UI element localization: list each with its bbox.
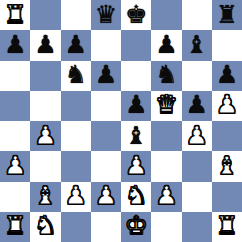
square-b4[interactable]: ♟ [30, 121, 60, 151]
square-h5[interactable]: ♟ [212, 91, 242, 121]
square-f4[interactable] [151, 121, 181, 151]
square-d7[interactable] [91, 30, 121, 60]
white-rook[interactable]: ♜ [4, 213, 26, 238]
square-d4[interactable] [91, 121, 121, 151]
black-queen[interactable]: ♛ [95, 2, 117, 27]
white-pawn[interactable]: ♟ [4, 153, 26, 178]
white-pawn[interactable]: ♟ [185, 123, 207, 148]
white-king[interactable]: ♚ [125, 213, 147, 238]
square-e2[interactable]: ♞ [121, 182, 151, 212]
square-a7[interactable]: ♟ [0, 30, 30, 60]
square-c4[interactable] [61, 121, 91, 151]
black-pawn[interactable]: ♟ [216, 62, 238, 87]
square-c2[interactable]: ♟ [61, 182, 91, 212]
square-e8[interactable]: ♚ [121, 0, 151, 30]
square-e4[interactable]: ♝ [121, 121, 151, 151]
square-a4[interactable] [0, 121, 30, 151]
square-b3[interactable] [30, 151, 60, 181]
square-d6[interactable]: ♟ [91, 61, 121, 91]
white-pawn[interactable]: ♟ [216, 92, 238, 117]
square-d2[interactable]: ♟ [91, 182, 121, 212]
white-pawn[interactable]: ♟ [125, 153, 147, 178]
black-pawn[interactable]: ♟ [155, 32, 177, 57]
square-f3[interactable] [151, 151, 181, 181]
square-f8[interactable] [151, 0, 181, 30]
square-a5[interactable] [0, 91, 30, 121]
square-a3[interactable]: ♟ [0, 151, 30, 181]
black-king[interactable]: ♚ [125, 2, 147, 27]
square-f2[interactable]: ♟ [151, 182, 181, 212]
white-bishop[interactable]: ♝ [34, 183, 56, 208]
black-pawn[interactable]: ♟ [4, 32, 26, 57]
black-pawn[interactable]: ♟ [64, 32, 86, 57]
white-knight[interactable]: ♞ [125, 183, 147, 208]
square-a8[interactable]: ♜ [0, 0, 30, 30]
white-queen[interactable]: ♛ [155, 92, 177, 117]
square-e1[interactable]: ♚ [121, 212, 151, 242]
white-rook[interactable]: ♜ [216, 213, 238, 238]
square-b2[interactable]: ♝ [30, 182, 60, 212]
black-knight[interactable]: ♞ [155, 62, 177, 87]
square-b5[interactable] [30, 91, 60, 121]
black-pawn[interactable]: ♟ [34, 32, 56, 57]
square-e6[interactable] [121, 61, 151, 91]
square-f7[interactable]: ♟ [151, 30, 181, 60]
white-bishop[interactable]: ♝ [216, 153, 238, 178]
square-d8[interactable]: ♛ [91, 0, 121, 30]
square-b6[interactable] [30, 61, 60, 91]
square-f6[interactable]: ♞ [151, 61, 181, 91]
square-e5[interactable]: ♟ [121, 91, 151, 121]
square-g2[interactable] [182, 182, 212, 212]
square-f1[interactable] [151, 212, 181, 242]
black-pawn[interactable]: ♟ [95, 62, 117, 87]
black-bishop[interactable]: ♝ [185, 32, 207, 57]
square-g4[interactable]: ♟ [182, 121, 212, 151]
black-pawn[interactable]: ♟ [125, 92, 147, 117]
square-b7[interactable]: ♟ [30, 30, 60, 60]
white-pawn[interactable]: ♟ [155, 183, 177, 208]
square-g6[interactable] [182, 61, 212, 91]
square-c1[interactable] [61, 212, 91, 242]
white-pawn[interactable]: ♟ [34, 123, 56, 148]
square-a1[interactable]: ♜ [0, 212, 30, 242]
square-d5[interactable] [91, 91, 121, 121]
square-a6[interactable] [0, 61, 30, 91]
square-c8[interactable] [61, 0, 91, 30]
square-f5[interactable]: ♛ [151, 91, 181, 121]
square-a2[interactable] [0, 182, 30, 212]
square-h7[interactable] [212, 30, 242, 60]
square-g3[interactable] [182, 151, 212, 181]
square-g7[interactable]: ♝ [182, 30, 212, 60]
square-d1[interactable] [91, 212, 121, 242]
square-b1[interactable]: ♞ [30, 212, 60, 242]
square-g5[interactable]: ♟ [182, 91, 212, 121]
white-knight[interactable]: ♞ [34, 213, 56, 238]
chess-board: ♜♛♚♜♟♟♟♟♝♞♟♞♟♟♛♟♟♟♝♟♟♟♝♝♟♟♞♟♜♞♚♜ [0, 0, 242, 242]
black-pawn[interactable]: ♟ [185, 92, 207, 117]
black-rook[interactable]: ♜ [216, 2, 238, 27]
square-c3[interactable] [61, 151, 91, 181]
square-g8[interactable] [182, 0, 212, 30]
square-h4[interactable] [212, 121, 242, 151]
square-h6[interactable]: ♟ [212, 61, 242, 91]
square-c7[interactable]: ♟ [61, 30, 91, 60]
square-h2[interactable] [212, 182, 242, 212]
square-g1[interactable] [182, 212, 212, 242]
square-h3[interactable]: ♝ [212, 151, 242, 181]
square-e3[interactable]: ♟ [121, 151, 151, 181]
square-e7[interactable] [121, 30, 151, 60]
white-rook[interactable]: ♜ [4, 2, 26, 27]
square-h8[interactable]: ♜ [212, 0, 242, 30]
square-d3[interactable] [91, 151, 121, 181]
square-c6[interactable]: ♞ [61, 61, 91, 91]
square-b8[interactable] [30, 0, 60, 30]
white-pawn[interactable]: ♟ [95, 183, 117, 208]
square-h1[interactable]: ♜ [212, 212, 242, 242]
white-pawn[interactable]: ♟ [64, 183, 86, 208]
black-knight[interactable]: ♞ [64, 62, 86, 87]
black-bishop[interactable]: ♝ [125, 123, 147, 148]
square-c5[interactable] [61, 91, 91, 121]
